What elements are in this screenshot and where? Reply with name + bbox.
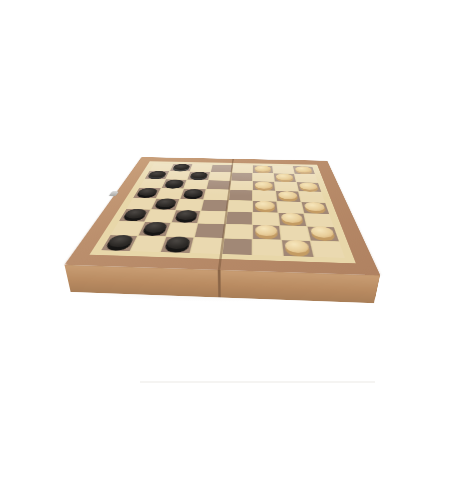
board-square [111,221,144,235]
piece-top-face [299,182,319,190]
board-square [307,226,339,241]
white-checker-piece [304,202,326,211]
board-square [181,189,206,199]
board-square [231,173,252,181]
piece-top-face [255,201,275,210]
board-square [273,166,294,174]
board-square [139,222,171,236]
board-square [311,241,345,258]
piece-top-face [295,166,313,172]
board-square [253,165,273,173]
board-square [253,239,283,256]
white-checker-piece [278,191,298,199]
white-checker-piece [255,225,278,237]
black-checker-piece [142,222,168,233]
piece-top-face [281,213,304,224]
board-square [253,201,278,213]
black-checker-piece [190,172,209,179]
piece-top-face [175,210,198,220]
board-square [278,213,306,226]
board-square [232,165,252,173]
photo-edge-artifact [140,381,375,383]
white-checker-piece [275,173,293,180]
piece-top-face [165,179,185,186]
fold-seam-front [218,270,221,298]
board-square [295,174,318,183]
board-square [304,214,333,227]
black-checker-piece [183,189,204,197]
board-square [293,166,315,174]
board-square [205,190,229,200]
piece-top-face [255,225,278,237]
board-square [167,223,198,237]
piece-top-face [254,165,270,171]
black-checker-piece [155,198,178,207]
white-checker-piece [284,240,310,254]
board-border-frame [89,161,356,263]
black-checker-piece [173,164,191,170]
board-square [166,171,189,179]
white-checker-piece [295,166,313,172]
board-square [177,199,204,210]
board-grid [101,163,345,257]
piece-top-face [304,202,326,211]
piece-top-face [165,237,192,250]
board-square [253,225,281,240]
board-front-face [64,265,380,304]
board-square [131,236,165,252]
board-square [301,202,329,214]
piece-top-face [278,191,298,199]
board-square [253,181,275,190]
board-square [297,182,321,191]
board-square [277,201,303,213]
board-square [195,223,224,237]
board-square [202,200,228,211]
piece-top-face [255,181,273,189]
board-scene [0,0,461,480]
metal-clasp-icon [109,191,119,196]
piece-top-face [284,240,310,254]
piece-top-face [137,188,159,196]
piece-top-face [123,209,148,219]
piece-top-face [173,164,191,170]
board-square [191,238,222,254]
checkers-board [64,157,380,275]
board-square [280,226,310,241]
piece-top-face [142,222,168,233]
board-square [209,172,231,180]
black-checker-piece [148,171,168,178]
board-square [152,198,180,209]
board-square [157,188,183,198]
piece-top-face [183,189,204,197]
white-checker-piece [299,182,319,190]
board-square [230,181,252,190]
piece-top-face [148,171,168,178]
board-square [222,238,252,254]
black-checker-piece [165,179,185,186]
board-square [253,212,279,225]
board-square [119,209,150,221]
board-square [170,164,192,172]
white-checker-piece [310,226,336,238]
board-square [211,165,232,173]
black-checker-piece [175,210,198,220]
piece-top-face [106,235,135,248]
board-square [101,235,137,251]
board-square [274,174,296,183]
board-square [127,198,156,209]
board-square [146,210,176,223]
board-square [184,180,208,189]
black-checker-piece [106,235,135,248]
board-square [162,179,187,188]
product-photo[interactable] [0,0,461,480]
black-checker-piece [165,237,192,250]
board-square [199,211,226,224]
board-square [207,180,230,189]
board-square [276,191,301,201]
piece-top-face [310,226,336,238]
piece-top-face [275,173,293,180]
piece-top-face [155,198,178,207]
board-square [188,172,211,180]
board-square [227,200,252,211]
board-square [224,224,252,238]
board-square [282,240,314,257]
piece-top-face [190,172,209,179]
white-checker-piece [255,181,273,189]
black-checker-piece [137,188,159,196]
white-checker-piece [281,213,304,224]
board-square [226,212,252,225]
board-square [253,191,276,201]
board-square [191,164,213,172]
white-checker-piece [255,201,275,210]
board-square [229,190,252,200]
board-square [172,210,201,223]
black-checker-piece [123,209,148,219]
white-checker-piece [254,165,270,171]
board-square [253,173,274,181]
board-square [275,182,298,191]
board-square [161,237,194,253]
board-square [299,192,325,202]
